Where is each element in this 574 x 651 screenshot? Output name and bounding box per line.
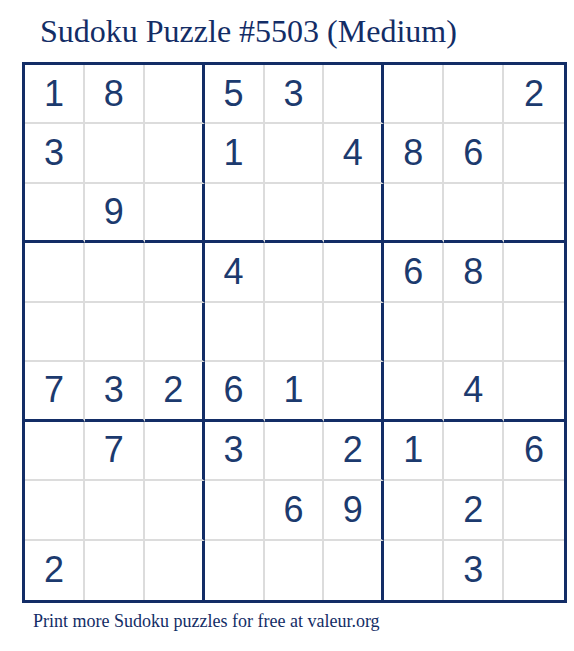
sudoku-cell-r5c4 bbox=[205, 303, 265, 362]
sudoku-cell-r7c8 bbox=[444, 422, 504, 481]
sudoku-cell-r5c7 bbox=[384, 303, 444, 362]
sudoku-cell-r9c4 bbox=[205, 541, 265, 600]
sudoku-cell-r1c4: 5 bbox=[205, 65, 265, 124]
sudoku-cell-r8c6: 9 bbox=[324, 481, 384, 540]
sudoku-cell-r8c4 bbox=[205, 481, 265, 540]
sudoku-cell-r4c5 bbox=[265, 243, 325, 302]
sudoku-cell-r7c6: 2 bbox=[324, 422, 384, 481]
sudoku-cell-r8c9 bbox=[504, 481, 564, 540]
sudoku-cell-r5c9 bbox=[504, 303, 564, 362]
sudoku-cell-r5c6 bbox=[324, 303, 384, 362]
sudoku-cell-r5c1 bbox=[25, 303, 85, 362]
sudoku-cell-r2c7: 8 bbox=[384, 124, 444, 183]
sudoku-cell-r6c1: 7 bbox=[25, 362, 85, 421]
sudoku-cell-r3c4 bbox=[205, 184, 265, 243]
sudoku-cell-r3c9 bbox=[504, 184, 564, 243]
sudoku-cell-r2c2 bbox=[85, 124, 145, 183]
sudoku-cell-r1c6 bbox=[324, 65, 384, 124]
sudoku-cell-r4c2 bbox=[85, 243, 145, 302]
sudoku-cell-r7c7: 1 bbox=[384, 422, 444, 481]
sudoku-cell-r2c1: 3 bbox=[25, 124, 85, 183]
sudoku-cell-r3c1 bbox=[25, 184, 85, 243]
sudoku-cell-r6c4: 6 bbox=[205, 362, 265, 421]
sudoku-cell-r3c7 bbox=[384, 184, 444, 243]
sudoku-cell-r1c9: 2 bbox=[504, 65, 564, 124]
sudoku-cell-r7c2: 7 bbox=[85, 422, 145, 481]
sudoku-cell-r2c3 bbox=[145, 124, 205, 183]
sudoku-cell-r9c8: 3 bbox=[444, 541, 504, 600]
sudoku-cell-r3c5 bbox=[265, 184, 325, 243]
sudoku-cell-r2c8: 6 bbox=[444, 124, 504, 183]
sudoku-cell-r8c8: 2 bbox=[444, 481, 504, 540]
sudoku-cell-r3c2: 9 bbox=[85, 184, 145, 243]
sudoku-cell-r3c8 bbox=[444, 184, 504, 243]
sudoku-cell-r6c5: 1 bbox=[265, 362, 325, 421]
sudoku-cell-r4c3 bbox=[145, 243, 205, 302]
sudoku-cell-r2c5 bbox=[265, 124, 325, 183]
sudoku-cell-r6c9 bbox=[504, 362, 564, 421]
sudoku-cell-r6c6 bbox=[324, 362, 384, 421]
sudoku-cell-r2c9 bbox=[504, 124, 564, 183]
sudoku-cell-r1c8 bbox=[444, 65, 504, 124]
sudoku-cell-r9c7 bbox=[384, 541, 444, 600]
footer-text: Print more Sudoku puzzles for free at va… bbox=[33, 611, 380, 633]
sudoku-cell-r4c9 bbox=[504, 243, 564, 302]
sudoku-cell-r5c2 bbox=[85, 303, 145, 362]
sudoku-cell-r4c7: 6 bbox=[384, 243, 444, 302]
sudoku-cell-r7c4: 3 bbox=[205, 422, 265, 481]
sudoku-cell-r9c5 bbox=[265, 541, 325, 600]
sudoku-cell-r9c2 bbox=[85, 541, 145, 600]
page: { "game": "sudoku", "title": "Sudoku Puz… bbox=[0, 0, 574, 651]
sudoku-cell-r5c5 bbox=[265, 303, 325, 362]
sudoku-cell-r1c7 bbox=[384, 65, 444, 124]
sudoku-cell-r5c8 bbox=[444, 303, 504, 362]
sudoku-cell-r7c1 bbox=[25, 422, 85, 481]
sudoku-cell-r4c8: 8 bbox=[444, 243, 504, 302]
sudoku-cell-r4c4: 4 bbox=[205, 243, 265, 302]
sudoku-cell-r8c5: 6 bbox=[265, 481, 325, 540]
sudoku-cell-r9c3 bbox=[145, 541, 205, 600]
sudoku-cell-r1c1: 1 bbox=[25, 65, 85, 124]
sudoku-cell-r9c9 bbox=[504, 541, 564, 600]
sudoku-cell-r9c6 bbox=[324, 541, 384, 600]
sudoku-cell-r7c5 bbox=[265, 422, 325, 481]
sudoku-cell-r2c6: 4 bbox=[324, 124, 384, 183]
sudoku-board: 185323148694687326147321669223 bbox=[22, 62, 567, 603]
sudoku-cell-r1c5: 3 bbox=[265, 65, 325, 124]
sudoku-cell-r4c6 bbox=[324, 243, 384, 302]
sudoku-cell-r1c3 bbox=[145, 65, 205, 124]
sudoku-cell-r6c8: 4 bbox=[444, 362, 504, 421]
sudoku-cell-r8c7 bbox=[384, 481, 444, 540]
sudoku-cell-r7c3 bbox=[145, 422, 205, 481]
sudoku-cell-r5c3 bbox=[145, 303, 205, 362]
sudoku-cell-r8c2 bbox=[85, 481, 145, 540]
sudoku-cell-r6c3: 2 bbox=[145, 362, 205, 421]
sudoku-cell-r7c9: 6 bbox=[504, 422, 564, 481]
sudoku-cell-r3c6 bbox=[324, 184, 384, 243]
sudoku-cell-r1c2: 8 bbox=[85, 65, 145, 124]
sudoku-cell-r3c3 bbox=[145, 184, 205, 243]
sudoku-cell-r4c1 bbox=[25, 243, 85, 302]
sudoku-cell-r2c4: 1 bbox=[205, 124, 265, 183]
sudoku-cell-r8c3 bbox=[145, 481, 205, 540]
sudoku-cell-r6c7 bbox=[384, 362, 444, 421]
page-title: Sudoku Puzzle #5503 (Medium) bbox=[40, 13, 457, 50]
sudoku-cell-r9c1: 2 bbox=[25, 541, 85, 600]
sudoku-cell-r8c1 bbox=[25, 481, 85, 540]
sudoku-cell-r6c2: 3 bbox=[85, 362, 145, 421]
